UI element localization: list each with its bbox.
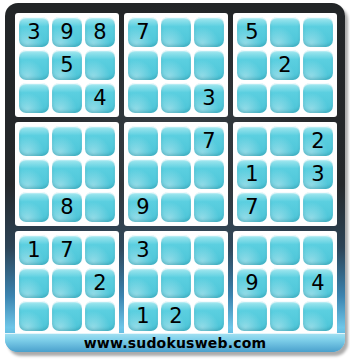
sudoku-cell[interactable]: [303, 50, 333, 80]
sudoku-cell[interactable]: [237, 50, 267, 80]
sudoku-cell[interactable]: [52, 126, 82, 156]
sudoku-cell[interactable]: 7: [128, 17, 158, 47]
sudoku-cell[interactable]: [128, 83, 158, 113]
sudoku-cell[interactable]: [85, 159, 115, 189]
sudoku-cell[interactable]: 2: [85, 268, 115, 298]
sudoku-cell[interactable]: [270, 235, 300, 265]
sudoku-cell[interactable]: [270, 301, 300, 331]
sudoku-cell[interactable]: [303, 83, 333, 113]
sudoku-cell[interactable]: [194, 192, 224, 222]
sudoku-cell[interactable]: [19, 83, 49, 113]
sudoku-cell[interactable]: 5: [52, 50, 82, 80]
sudoku-cell[interactable]: 4: [85, 83, 115, 113]
sudoku-cell[interactable]: [161, 83, 191, 113]
sudoku-cell[interactable]: [128, 268, 158, 298]
sudoku-cell[interactable]: [161, 17, 191, 47]
website-link[interactable]: www.sudokusweb.com: [84, 335, 267, 351]
sudoku-cell[interactable]: 3: [303, 159, 333, 189]
sudoku-box: 312: [124, 231, 228, 335]
sudoku-cell[interactable]: [194, 17, 224, 47]
sudoku-cell[interactable]: [237, 126, 267, 156]
sudoku-cell[interactable]: 9: [52, 17, 82, 47]
sudoku-cell[interactable]: [303, 301, 333, 331]
sudoku-cell[interactable]: [303, 17, 333, 47]
sudoku-cell[interactable]: [85, 50, 115, 80]
sudoku-cell[interactable]: [19, 268, 49, 298]
sudoku-cell[interactable]: [194, 268, 224, 298]
sudoku-cell[interactable]: 4: [303, 268, 333, 298]
sudoku-plaque: 398547352879213717231294 www.sudokusweb.…: [5, 3, 345, 352]
sudoku-cell[interactable]: [128, 159, 158, 189]
sudoku-box: 39854: [15, 13, 119, 117]
sudoku-cell[interactable]: [85, 301, 115, 331]
sudoku-cell[interactable]: [52, 301, 82, 331]
sudoku-cell[interactable]: [237, 83, 267, 113]
sudoku-cell[interactable]: [270, 159, 300, 189]
sudoku-cell[interactable]: [270, 83, 300, 113]
sudoku-box: 172: [15, 231, 119, 335]
sudoku-cell[interactable]: 3: [19, 17, 49, 47]
sudoku-cell[interactable]: [52, 159, 82, 189]
sudoku-cell[interactable]: 5: [237, 17, 267, 47]
sudoku-cell[interactable]: [194, 235, 224, 265]
sudoku-cell[interactable]: [303, 192, 333, 222]
sudoku-cell[interactable]: [161, 192, 191, 222]
sudoku-box: 73: [124, 13, 228, 117]
sudoku-cell[interactable]: [270, 17, 300, 47]
sudoku-box: 2137: [233, 122, 337, 226]
sudoku-cell[interactable]: 7: [194, 126, 224, 156]
sudoku-cell[interactable]: 1: [128, 301, 158, 331]
sudoku-cell[interactable]: [194, 301, 224, 331]
sudoku-cell[interactable]: [270, 268, 300, 298]
sudoku-cell[interactable]: 1: [19, 235, 49, 265]
sudoku-cell[interactable]: 9: [237, 268, 267, 298]
sudoku-cell[interactable]: [52, 83, 82, 113]
footer-bar: www.sudokusweb.com: [5, 333, 345, 352]
sudoku-cell[interactable]: [19, 192, 49, 222]
sudoku-box: 94: [233, 231, 337, 335]
sudoku-cell[interactable]: [237, 235, 267, 265]
sudoku-cell[interactable]: [19, 159, 49, 189]
sudoku-cell[interactable]: [270, 192, 300, 222]
sudoku-cell[interactable]: [19, 126, 49, 156]
sudoku-cell[interactable]: 3: [128, 235, 158, 265]
sudoku-cell[interactable]: 1: [237, 159, 267, 189]
sudoku-cell[interactable]: 8: [85, 17, 115, 47]
sudoku-cell[interactable]: 8: [52, 192, 82, 222]
sudoku-cell[interactable]: 2: [270, 50, 300, 80]
sudoku-cell[interactable]: [237, 301, 267, 331]
sudoku-cell[interactable]: [52, 268, 82, 298]
sudoku-box: 52: [233, 13, 337, 117]
sudoku-cell[interactable]: [194, 50, 224, 80]
sudoku-cell[interactable]: 7: [237, 192, 267, 222]
sudoku-cell[interactable]: [128, 126, 158, 156]
sudoku-cell[interactable]: 2: [161, 301, 191, 331]
sudoku-cell[interactable]: [161, 50, 191, 80]
sudoku-cell[interactable]: [19, 50, 49, 80]
sudoku-box: 79: [124, 122, 228, 226]
sudoku-cell[interactable]: 7: [52, 235, 82, 265]
sudoku-cell[interactable]: [161, 235, 191, 265]
sudoku-cell[interactable]: [303, 235, 333, 265]
sudoku-cell[interactable]: [194, 159, 224, 189]
sudoku-cell[interactable]: [161, 126, 191, 156]
sudoku-box: 8: [15, 122, 119, 226]
sudoku-cell[interactable]: [128, 50, 158, 80]
sudoku-cell[interactable]: [85, 126, 115, 156]
sudoku-cell[interactable]: [161, 159, 191, 189]
sudoku-cell[interactable]: [85, 192, 115, 222]
sudoku-cell[interactable]: 2: [303, 126, 333, 156]
sudoku-cell[interactable]: [270, 126, 300, 156]
sudoku-cell[interactable]: [19, 301, 49, 331]
sudoku-cell[interactable]: 3: [194, 83, 224, 113]
sudoku-board: 398547352879213717231294: [15, 13, 337, 335]
sudoku-cell[interactable]: [85, 235, 115, 265]
sudoku-cell[interactable]: [161, 268, 191, 298]
sudoku-cell[interactable]: 9: [128, 192, 158, 222]
